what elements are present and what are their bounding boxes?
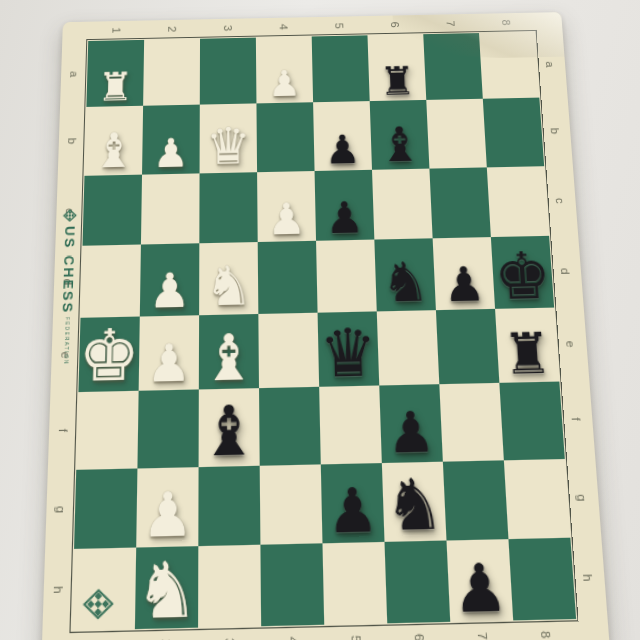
square-d8[interactable]: ♚ (491, 236, 554, 309)
piece-white-knight-h2[interactable]: ♞ (134, 554, 198, 627)
piece-black-pawn-h7[interactable]: ♟ (451, 557, 509, 620)
square-d5[interactable] (316, 239, 377, 312)
square-b8[interactable] (483, 98, 544, 167)
square-d7[interactable]: ♟ (433, 237, 495, 310)
piece-black-bishop-b6[interactable]: ♝ (377, 122, 422, 167)
square-d4[interactable] (258, 241, 318, 314)
piece-white-bishop-e3[interactable]: ♝ (201, 328, 256, 387)
piece-black-rook-a6[interactable]: ♜ (379, 63, 416, 100)
piece-black-knight-g6[interactable]: ♞ (383, 472, 445, 539)
square-c3[interactable] (199, 172, 257, 243)
square-g6[interactable]: ♞ (382, 461, 447, 542)
piece-white-pawn-c4[interactable]: ♟ (267, 199, 306, 240)
square-h2[interactable]: ♞ (135, 546, 198, 629)
square-h4[interactable] (260, 543, 324, 626)
square-d3[interactable]: ♞ (199, 242, 258, 315)
scene: 12345678 abcdefgh abcdefgh 12345678 US C… (0, 0, 640, 640)
piece-black-rook-e8[interactable]: ♜ (502, 328, 554, 381)
piece-black-pawn-d7[interactable]: ♟ (442, 263, 486, 308)
square-h1[interactable] (72, 547, 136, 630)
square-h8[interactable] (508, 537, 576, 620)
square-g2[interactable]: ♟ (136, 467, 198, 548)
piece-white-pawn-g2[interactable]: ♟ (141, 487, 193, 545)
square-e1[interactable]: ♚ (78, 317, 139, 393)
piece-white-pawn-d2[interactable]: ♟ (149, 269, 191, 314)
square-e8[interactable]: ♜ (495, 308, 559, 384)
square-f4[interactable] (259, 387, 321, 465)
square-e5[interactable]: ♛ (318, 311, 380, 387)
square-e3[interactable]: ♝ (199, 314, 259, 390)
square-e6[interactable] (377, 310, 440, 386)
square-e7[interactable] (436, 309, 499, 385)
piece-black-king-d8[interactable]: ♚ (492, 246, 553, 307)
square-f3[interactable]: ♝ (199, 388, 260, 466)
us-chess-shield-icon (62, 208, 77, 223)
square-a7[interactable] (423, 33, 483, 100)
piece-white-pawn-e2[interactable]: ♟ (146, 340, 191, 389)
piece-white-pawn-a4[interactable]: ♟ (268, 68, 301, 101)
square-d2[interactable]: ♟ (140, 243, 200, 317)
square-b1[interactable]: ♝ (84, 106, 143, 175)
square-g3[interactable] (198, 465, 260, 546)
square-b4[interactable] (256, 102, 314, 171)
square-c1[interactable] (83, 174, 143, 245)
square-c4[interactable]: ♟ (257, 170, 316, 241)
us-chess-logo-title: US CHESS (59, 226, 77, 315)
square-a2[interactable] (143, 39, 200, 106)
piece-black-pawn-b5[interactable]: ♟ (325, 131, 362, 168)
piece-black-pawn-f6[interactable]: ♟ (386, 407, 436, 460)
square-c2[interactable] (141, 173, 200, 244)
square-c8[interactable] (487, 166, 549, 237)
square-f8[interactable] (499, 382, 564, 460)
piece-black-bishop-f3[interactable]: ♝ (200, 399, 259, 464)
square-g8[interactable] (504, 458, 571, 538)
square-e2[interactable]: ♟ (139, 315, 199, 391)
chess-board: ♜♟♜♝♟♛♟♝♟♟♟♞♞♟♚♚♟♝♛♜♝♟♟♟♞ ♞♟ (72, 32, 576, 631)
piece-white-rook-a1[interactable]: ♜ (97, 68, 134, 105)
square-h3[interactable] (198, 544, 261, 627)
square-c7[interactable] (429, 167, 490, 238)
square-g1[interactable] (74, 468, 137, 549)
piece-black-pawn-g5[interactable]: ♟ (326, 483, 379, 541)
square-a4[interactable]: ♟ (256, 36, 313, 103)
square-e4[interactable] (258, 313, 319, 389)
square-f1[interactable] (76, 391, 138, 469)
square-a6[interactable]: ♜ (367, 34, 426, 101)
square-g7[interactable] (443, 460, 509, 540)
square-b3[interactable]: ♛ (200, 104, 258, 173)
us-chess-corner-shield-logo (81, 585, 116, 623)
square-f5[interactable] (319, 386, 382, 464)
square-b2[interactable]: ♟ (142, 105, 200, 174)
square-b7[interactable] (426, 99, 487, 168)
square-h7[interactable]: ♟ (446, 539, 513, 622)
square-c6[interactable] (372, 168, 433, 239)
square-a1[interactable]: ♜ (86, 40, 144, 107)
square-d6[interactable]: ♞ (374, 238, 436, 311)
square-f6[interactable]: ♟ (379, 384, 443, 462)
us-chess-logo-subtitle: FEDERATION (63, 317, 70, 365)
square-b5[interactable]: ♟ (313, 101, 372, 170)
square-b6[interactable]: ♝ (370, 100, 430, 169)
piece-black-pawn-c5[interactable]: ♟ (325, 198, 365, 239)
square-h5[interactable] (322, 542, 387, 625)
chess-mat: 12345678 abcdefgh abcdefgh 12345678 US C… (41, 12, 610, 640)
square-a5[interactable] (312, 35, 370, 102)
piece-black-knight-d6[interactable]: ♞ (380, 258, 430, 310)
piece-white-bishop-b1[interactable]: ♝ (92, 128, 136, 173)
square-a8[interactable] (479, 32, 539, 99)
piece-white-king-e1[interactable]: ♚ (78, 323, 141, 390)
piece-white-queen-b3[interactable]: ♛ (205, 123, 251, 170)
square-d1[interactable] (80, 244, 140, 318)
square-g4[interactable] (260, 464, 323, 545)
piece-black-queen-e5[interactable]: ♛ (319, 322, 378, 384)
piece-white-pawn-b2[interactable]: ♟ (153, 135, 189, 172)
square-g5[interactable]: ♟ (321, 462, 385, 543)
piece-white-knight-d3[interactable]: ♞ (205, 261, 253, 313)
square-f2[interactable] (137, 390, 198, 468)
square-c5[interactable]: ♟ (315, 169, 375, 240)
square-f7[interactable] (439, 383, 504, 461)
square-h6[interactable] (384, 540, 450, 623)
square-a3[interactable] (200, 38, 257, 105)
